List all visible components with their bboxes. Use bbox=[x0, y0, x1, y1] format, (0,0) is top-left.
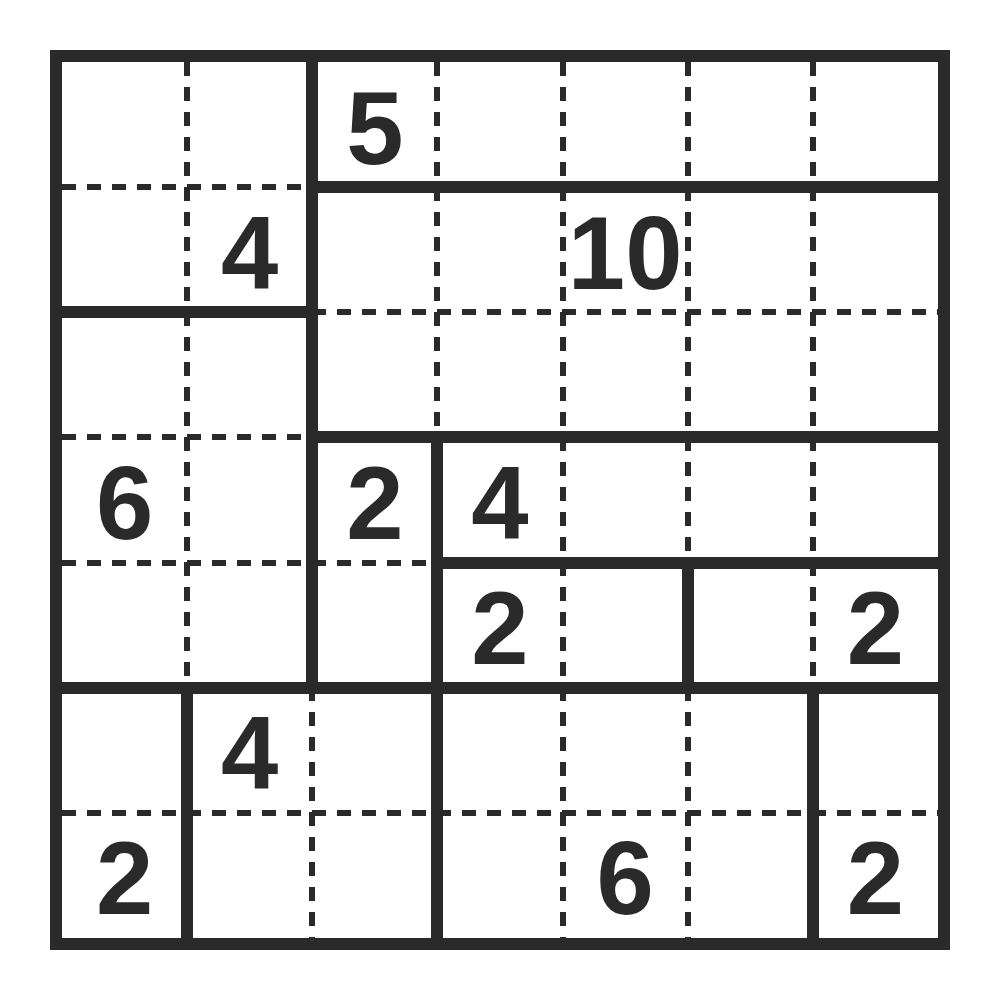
cell-r4c3[interactable] bbox=[312, 437, 437, 562]
cell-r2c4[interactable] bbox=[437, 187, 562, 312]
cell-r1c3[interactable] bbox=[312, 62, 437, 187]
cell-r5c7[interactable] bbox=[813, 563, 938, 688]
cell-r1c4[interactable] bbox=[437, 62, 562, 187]
cell-r6c4[interactable] bbox=[437, 688, 562, 813]
cell-r6c3[interactable] bbox=[312, 688, 437, 813]
cell-r2c3[interactable] bbox=[312, 187, 437, 312]
cell-r6c6[interactable] bbox=[688, 688, 813, 813]
cell-r4c2[interactable] bbox=[187, 437, 312, 562]
cell-r1c6[interactable] bbox=[688, 62, 813, 187]
cell-r5c4[interactable] bbox=[437, 563, 562, 688]
cell-r7c1[interactable] bbox=[62, 813, 187, 938]
cell-r5c6[interactable] bbox=[688, 563, 813, 688]
cell-r2c5[interactable] bbox=[563, 187, 688, 312]
cell-r4c5[interactable] bbox=[563, 437, 688, 562]
cell-r7c2[interactable] bbox=[187, 813, 312, 938]
cell-r3c2[interactable] bbox=[187, 312, 312, 437]
cell-r1c1[interactable] bbox=[62, 62, 187, 187]
cell-r4c7[interactable] bbox=[813, 437, 938, 562]
cell-r7c4[interactable] bbox=[437, 813, 562, 938]
cell-r5c3[interactable] bbox=[312, 563, 437, 688]
cell-r3c7[interactable] bbox=[813, 312, 938, 437]
cell-r6c7[interactable] bbox=[813, 688, 938, 813]
cell-r1c5[interactable] bbox=[563, 62, 688, 187]
cell-r5c1[interactable] bbox=[62, 563, 187, 688]
shikaku-board: 4510624222462 bbox=[50, 50, 950, 950]
cell-r4c4[interactable] bbox=[437, 437, 562, 562]
cell-r3c4[interactable] bbox=[437, 312, 562, 437]
cell-r2c7[interactable] bbox=[813, 187, 938, 312]
cell-r7c3[interactable] bbox=[312, 813, 437, 938]
cell-r3c3[interactable] bbox=[312, 312, 437, 437]
cell-r5c2[interactable] bbox=[187, 563, 312, 688]
cell-r7c5[interactable] bbox=[563, 813, 688, 938]
cell-r6c2[interactable] bbox=[187, 688, 312, 813]
page: 4510624222462 bbox=[0, 0, 1000, 1000]
cell-r4c1[interactable] bbox=[62, 437, 187, 562]
cell-r3c1[interactable] bbox=[62, 312, 187, 437]
cell-r1c2[interactable] bbox=[187, 62, 312, 187]
cell-r7c6[interactable] bbox=[688, 813, 813, 938]
cell-r4c6[interactable] bbox=[688, 437, 813, 562]
cell-r3c6[interactable] bbox=[688, 312, 813, 437]
cell-r2c6[interactable] bbox=[688, 187, 813, 312]
cell-r7c7[interactable] bbox=[813, 813, 938, 938]
cell-r2c1[interactable] bbox=[62, 187, 187, 312]
cell-r6c1[interactable] bbox=[62, 688, 187, 813]
cell-r3c5[interactable] bbox=[563, 312, 688, 437]
cell-r6c5[interactable] bbox=[563, 688, 688, 813]
cell-r5c5[interactable] bbox=[563, 563, 688, 688]
cell-r2c2[interactable] bbox=[187, 187, 312, 312]
cell-r1c7[interactable] bbox=[813, 62, 938, 187]
